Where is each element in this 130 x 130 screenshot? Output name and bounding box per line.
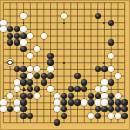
intersection-16-15[interactable]	[108, 99, 115, 106]
intersection-9-16[interactable]	[61, 106, 68, 113]
intersection-13-1[interactable]	[88, 6, 95, 13]
intersection-1-14[interactable]	[7, 93, 14, 100]
intersection-6-7[interactable]	[40, 46, 47, 53]
intersection-1-2[interactable]	[7, 13, 14, 20]
intersection-17-7[interactable]	[114, 46, 121, 53]
intersection-11-1[interactable]	[74, 6, 81, 13]
intersection-14-6[interactable]	[94, 39, 101, 46]
intersection-5-12[interactable]	[34, 79, 41, 86]
intersection-8-7[interactable]	[54, 46, 61, 53]
intersection-4-14[interactable]	[27, 93, 34, 100]
intersection-15-9[interactable]	[101, 59, 108, 66]
intersection-5-7[interactable]	[34, 46, 41, 53]
intersection-13-4[interactable]	[88, 26, 95, 33]
intersection-15-1[interactable]	[101, 6, 108, 13]
intersection-10-13[interactable]	[67, 86, 74, 93]
intersection-2-11[interactable]	[13, 73, 20, 80]
intersection-8-18[interactable]	[54, 119, 61, 126]
intersection-11-2[interactable]	[74, 13, 81, 20]
intersection-2-7[interactable]	[13, 46, 20, 53]
intersection-10-17[interactable]	[67, 113, 74, 120]
intersection-8-14[interactable]	[54, 93, 61, 100]
intersection-13-12[interactable]	[88, 79, 95, 86]
intersection-11-10[interactable]	[74, 66, 81, 73]
intersection-9-9[interactable]	[61, 59, 68, 66]
intersection-15-3[interactable]	[101, 19, 108, 26]
intersection-4-16[interactable]	[27, 106, 34, 113]
intersection-9-12[interactable]	[61, 79, 68, 86]
intersection-9-7[interactable]	[61, 46, 68, 53]
intersection-5-1[interactable]	[34, 6, 41, 13]
intersection-11-16[interactable]	[74, 106, 81, 113]
intersection-16-11[interactable]	[108, 73, 115, 80]
intersection-15-12[interactable]	[101, 79, 108, 86]
intersection-4-13[interactable]	[27, 86, 34, 93]
intersection-8-16[interactable]	[54, 106, 61, 113]
intersection-10-4[interactable]	[67, 26, 74, 33]
intersection-5-9[interactable]	[34, 59, 41, 66]
intersection-13-17[interactable]	[88, 113, 95, 120]
intersection-10-15[interactable]	[67, 99, 74, 106]
intersection-18-5[interactable]	[121, 33, 128, 40]
intersection-10-10[interactable]	[67, 66, 74, 73]
intersection-15-17[interactable]	[101, 113, 108, 120]
intersection-12-4[interactable]	[81, 26, 88, 33]
intersection-9-3[interactable]	[61, 19, 68, 26]
intersection-11-12[interactable]	[74, 79, 81, 86]
intersection-1-4[interactable]	[7, 26, 14, 33]
intersection-14-18[interactable]	[94, 119, 101, 126]
intersection-13-3[interactable]	[88, 19, 95, 26]
intersection-17-11[interactable]	[114, 73, 121, 80]
intersection-5-18[interactable]	[34, 119, 41, 126]
intersection-0-18[interactable]	[0, 119, 7, 126]
intersection-2-12[interactable]	[13, 79, 20, 86]
intersection-1-15[interactable]	[7, 99, 14, 106]
intersection-2-1[interactable]	[13, 6, 20, 13]
intersection-13-6[interactable]	[88, 39, 95, 46]
intersection-17-2[interactable]	[114, 13, 121, 20]
intersection-11-8[interactable]	[74, 53, 81, 60]
intersection-17-10[interactable]	[114, 66, 121, 73]
intersection-7-18[interactable]	[47, 119, 54, 126]
intersection-13-7[interactable]	[88, 46, 95, 53]
intersection-13-16[interactable]	[88, 106, 95, 113]
intersection-14-10[interactable]	[94, 66, 101, 73]
intersection-17-17[interactable]	[114, 113, 121, 120]
intersection-10-2[interactable]	[67, 13, 74, 20]
intersection-17-6[interactable]	[114, 39, 121, 46]
intersection-7-15[interactable]	[47, 99, 54, 106]
intersection-14-5[interactable]	[94, 33, 101, 40]
intersection-16-9[interactable]	[108, 59, 115, 66]
intersection-16-7[interactable]	[108, 46, 115, 53]
intersection-14-8[interactable]	[94, 53, 101, 60]
intersection-18-1[interactable]	[121, 6, 128, 13]
intersection-6-8[interactable]	[40, 53, 47, 60]
intersection-14-12[interactable]	[94, 79, 101, 86]
intersection-14-4[interactable]	[94, 26, 101, 33]
intersection-15-18[interactable]	[101, 119, 108, 126]
intersection-7-12[interactable]	[47, 79, 54, 86]
intersection-6-14[interactable]	[40, 93, 47, 100]
intersection-15-13[interactable]	[101, 86, 108, 93]
intersection-11-18[interactable]	[74, 119, 81, 126]
intersection-2-15[interactable]	[13, 99, 20, 106]
intersection-14-1[interactable]	[94, 6, 101, 13]
intersection-7-4[interactable]	[47, 26, 54, 33]
intersection-4-6[interactable]	[27, 39, 34, 46]
intersection-18-11[interactable]	[121, 73, 128, 80]
intersection-10-5[interactable]	[67, 33, 74, 40]
intersection-12-11[interactable]	[81, 73, 88, 80]
intersection-4-12[interactable]	[27, 79, 34, 86]
intersection-6-18[interactable]	[40, 119, 47, 126]
intersection-17-15[interactable]	[114, 99, 121, 106]
intersection-5-6[interactable]	[34, 39, 41, 46]
intersection-10-18[interactable]	[67, 119, 74, 126]
intersection-4-5[interactable]	[27, 33, 34, 40]
intersection-5-4[interactable]	[34, 26, 41, 33]
intersection-8-12[interactable]	[54, 79, 61, 86]
intersection-10-9[interactable]	[67, 59, 74, 66]
intersection-5-17[interactable]	[34, 113, 41, 120]
intersection-10-8[interactable]	[67, 53, 74, 60]
intersection-9-2[interactable]	[61, 13, 68, 20]
intersection-12-15[interactable]	[81, 99, 88, 106]
intersection-17-4[interactable]	[114, 26, 121, 33]
intersection-11-3[interactable]	[74, 19, 81, 26]
intersection-4-1[interactable]	[27, 6, 34, 13]
intersection-3-9[interactable]	[20, 59, 27, 66]
intersection-6-9[interactable]	[40, 59, 47, 66]
intersection-18-6[interactable]	[121, 39, 128, 46]
intersection-7-16[interactable]	[47, 106, 54, 113]
intersection-4-9[interactable]	[27, 59, 34, 66]
intersection-14-11[interactable]	[94, 73, 101, 80]
intersection-18-7[interactable]	[121, 46, 128, 53]
intersection-14-9[interactable]	[94, 59, 101, 66]
intersection-0-14[interactable]	[0, 93, 7, 100]
intersection-0-6[interactable]	[0, 39, 7, 46]
intersection-11-4[interactable]	[74, 26, 81, 33]
intersection-15-10[interactable]	[101, 66, 108, 73]
intersection-2-13[interactable]	[13, 86, 20, 93]
intersection-18-16[interactable]	[121, 106, 128, 113]
intersection-16-16[interactable]	[108, 106, 115, 113]
intersection-0-2[interactable]	[0, 13, 7, 20]
intersection-13-18[interactable]	[88, 119, 95, 126]
intersection-9-10[interactable]	[61, 66, 68, 73]
intersection-11-14[interactable]	[74, 93, 81, 100]
intersection-14-2[interactable]	[94, 13, 101, 20]
intersection-4-11[interactable]	[27, 73, 34, 80]
intersection-12-18[interactable]	[81, 119, 88, 126]
intersection-13-8[interactable]	[88, 53, 95, 60]
intersection-9-11[interactable]	[61, 73, 68, 80]
intersection-1-9[interactable]	[7, 59, 14, 66]
intersection-4-8[interactable]	[27, 53, 34, 60]
intersection-6-3[interactable]	[40, 19, 47, 26]
intersection-16-14[interactable]	[108, 93, 115, 100]
intersection-6-12[interactable]	[40, 79, 47, 86]
intersection-5-15[interactable]	[34, 99, 41, 106]
intersection-15-14[interactable]	[101, 93, 108, 100]
intersection-3-13[interactable]	[20, 86, 27, 93]
intersection-0-4[interactable]	[0, 26, 7, 33]
intersection-0-3[interactable]	[0, 19, 7, 26]
intersection-12-8[interactable]	[81, 53, 88, 60]
intersection-0-10[interactable]	[0, 66, 7, 73]
intersection-15-5[interactable]	[101, 33, 108, 40]
intersection-8-3[interactable]	[54, 19, 61, 26]
intersection-14-17[interactable]	[94, 113, 101, 120]
intersection-3-5[interactable]	[20, 33, 27, 40]
intersection-0-12[interactable]	[0, 79, 7, 86]
intersection-0-15[interactable]	[0, 99, 7, 106]
intersection-16-18[interactable]	[108, 119, 115, 126]
intersection-5-13[interactable]	[34, 86, 41, 93]
intersection-12-17[interactable]	[81, 113, 88, 120]
intersection-10-3[interactable]	[67, 19, 74, 26]
intersection-0-1[interactable]	[0, 6, 7, 13]
intersection-16-12[interactable]	[108, 79, 115, 86]
intersection-8-6[interactable]	[54, 39, 61, 46]
intersection-6-13[interactable]	[40, 86, 47, 93]
intersection-6-5[interactable]	[40, 33, 47, 40]
intersection-6-17[interactable]	[40, 113, 47, 120]
intersection-8-10[interactable]	[54, 66, 61, 73]
intersection-16-10[interactable]	[108, 66, 115, 73]
intersection-6-4[interactable]	[40, 26, 47, 33]
intersection-7-8[interactable]	[47, 53, 54, 60]
intersection-15-7[interactable]	[101, 46, 108, 53]
intersection-7-9[interactable]	[47, 59, 54, 66]
intersection-1-11[interactable]	[7, 73, 14, 80]
intersection-12-12[interactable]	[81, 79, 88, 86]
intersection-16-1[interactable]	[108, 6, 115, 13]
intersection-13-11[interactable]	[88, 73, 95, 80]
intersection-3-16[interactable]	[20, 106, 27, 113]
intersection-2-2[interactable]	[13, 13, 20, 20]
intersection-6-16[interactable]	[40, 106, 47, 113]
intersection-0-17[interactable]	[0, 113, 7, 120]
intersection-17-9[interactable]	[114, 59, 121, 66]
intersection-4-3[interactable]	[27, 19, 34, 26]
intersection-8-2[interactable]	[54, 13, 61, 20]
intersection-1-5[interactable]	[7, 33, 14, 40]
intersection-12-10[interactable]	[81, 66, 88, 73]
intersection-9-15[interactable]	[61, 99, 68, 106]
intersection-0-11[interactable]	[0, 73, 7, 80]
intersection-7-5[interactable]	[47, 33, 54, 40]
intersection-7-6[interactable]	[47, 39, 54, 46]
intersection-4-2[interactable]	[27, 13, 34, 20]
intersection-3-15[interactable]	[20, 99, 27, 106]
intersection-0-16[interactable]	[0, 106, 7, 113]
intersection-18-14[interactable]	[121, 93, 128, 100]
intersection-1-10[interactable]	[7, 66, 14, 73]
intersection-16-5[interactable]	[108, 33, 115, 40]
intersection-15-2[interactable]	[101, 13, 108, 20]
intersection-17-18[interactable]	[114, 119, 121, 126]
intersection-16-17[interactable]	[108, 113, 115, 120]
intersection-12-2[interactable]	[81, 13, 88, 20]
intersection-7-3[interactable]	[47, 19, 54, 26]
intersection-18-10[interactable]	[121, 66, 128, 73]
intersection-15-8[interactable]	[101, 53, 108, 60]
intersection-9-18[interactable]	[61, 119, 68, 126]
intersection-9-6[interactable]	[61, 39, 68, 46]
intersection-14-13[interactable]	[94, 86, 101, 93]
intersection-15-16[interactable]	[101, 106, 108, 113]
intersection-5-3[interactable]	[34, 19, 41, 26]
intersection-2-18[interactable]	[13, 119, 20, 126]
intersection-1-16[interactable]	[7, 106, 14, 113]
intersection-10-1[interactable]	[67, 6, 74, 13]
intersection-18-18[interactable]	[121, 119, 128, 126]
intersection-0-7[interactable]	[0, 46, 7, 53]
intersection-12-9[interactable]	[81, 59, 88, 66]
intersection-14-3[interactable]	[94, 19, 101, 26]
intersection-10-11[interactable]	[67, 73, 74, 80]
intersection-8-9[interactable]	[54, 59, 61, 66]
intersection-1-8[interactable]	[7, 53, 14, 60]
intersection-3-7[interactable]	[20, 46, 27, 53]
intersection-4-18[interactable]	[27, 119, 34, 126]
intersection-5-11[interactable]	[34, 73, 41, 80]
intersection-4-7[interactable]	[27, 46, 34, 53]
intersection-2-8[interactable]	[13, 53, 20, 60]
intersection-12-6[interactable]	[81, 39, 88, 46]
intersection-7-17[interactable]	[47, 113, 54, 120]
intersection-16-3[interactable]	[108, 19, 115, 26]
intersection-3-6[interactable]	[20, 39, 27, 46]
intersection-17-3[interactable]	[114, 19, 121, 26]
intersection-13-15[interactable]	[88, 99, 95, 106]
intersection-17-5[interactable]	[114, 33, 121, 40]
intersection-17-12[interactable]	[114, 79, 121, 86]
intersection-5-10[interactable]	[34, 66, 41, 73]
intersection-14-7[interactable]	[94, 46, 101, 53]
intersection-14-14[interactable]	[94, 93, 101, 100]
intersection-18-13[interactable]	[121, 86, 128, 93]
intersection-7-10[interactable]	[47, 66, 54, 73]
intersection-2-14[interactable]	[13, 93, 20, 100]
intersection-11-13[interactable]	[74, 86, 81, 93]
intersection-2-9[interactable]	[13, 59, 20, 66]
intersection-3-4[interactable]	[20, 26, 27, 33]
intersection-7-1[interactable]	[47, 6, 54, 13]
intersection-6-10[interactable]	[40, 66, 47, 73]
intersection-18-15[interactable]	[121, 99, 128, 106]
go-board[interactable]	[0, 0, 130, 130]
intersection-18-12[interactable]	[121, 79, 128, 86]
intersection-0-13[interactable]	[0, 86, 7, 93]
intersection-10-6[interactable]	[67, 39, 74, 46]
intersection-13-10[interactable]	[88, 66, 95, 73]
intersection-1-1[interactable]	[7, 6, 14, 13]
intersection-2-3[interactable]	[13, 19, 20, 26]
intersection-10-14[interactable]	[67, 93, 74, 100]
intersection-1-7[interactable]	[7, 46, 14, 53]
intersection-7-2[interactable]	[47, 13, 54, 20]
intersection-5-8[interactable]	[34, 53, 41, 60]
intersection-3-8[interactable]	[20, 53, 27, 60]
intersection-17-14[interactable]	[114, 93, 121, 100]
intersection-13-2[interactable]	[88, 13, 95, 20]
intersection-15-11[interactable]	[101, 73, 108, 80]
intersection-16-6[interactable]	[108, 39, 115, 46]
intersection-3-17[interactable]	[20, 113, 27, 120]
intersection-18-2[interactable]	[121, 13, 128, 20]
intersection-11-17[interactable]	[74, 113, 81, 120]
intersection-2-10[interactable]	[13, 66, 20, 73]
intersection-1-17[interactable]	[7, 113, 14, 120]
intersection-2-16[interactable]	[13, 106, 20, 113]
intersection-8-5[interactable]	[54, 33, 61, 40]
intersection-11-9[interactable]	[74, 59, 81, 66]
intersection-18-8[interactable]	[121, 53, 128, 60]
intersection-7-13[interactable]	[47, 86, 54, 93]
intersection-2-4[interactable]	[13, 26, 20, 33]
intersection-9-4[interactable]	[61, 26, 68, 33]
intersection-11-6[interactable]	[74, 39, 81, 46]
intersection-9-5[interactable]	[61, 33, 68, 40]
intersection-11-15[interactable]	[74, 99, 81, 106]
intersection-12-1[interactable]	[81, 6, 88, 13]
intersection-5-5[interactable]	[34, 33, 41, 40]
intersection-6-6[interactable]	[40, 39, 47, 46]
intersection-9-13[interactable]	[61, 86, 68, 93]
intersection-3-3[interactable]	[20, 19, 27, 26]
intersection-9-1[interactable]	[61, 6, 68, 13]
intersection-7-14[interactable]	[47, 93, 54, 100]
intersection-18-3[interactable]	[121, 19, 128, 26]
intersection-10-16[interactable]	[67, 106, 74, 113]
intersection-8-1[interactable]	[54, 6, 61, 13]
intersection-6-15[interactable]	[40, 99, 47, 106]
intersection-7-11[interactable]	[47, 73, 54, 80]
intersection-6-2[interactable]	[40, 13, 47, 20]
intersection-15-15[interactable]	[101, 99, 108, 106]
intersection-16-8[interactable]	[108, 53, 115, 60]
intersection-8-15[interactable]	[54, 99, 61, 106]
intersection-3-1[interactable]	[20, 6, 27, 13]
intersection-5-16[interactable]	[34, 106, 41, 113]
intersection-5-14[interactable]	[34, 93, 41, 100]
intersection-13-13[interactable]	[88, 86, 95, 93]
intersection-12-14[interactable]	[81, 93, 88, 100]
intersection-12-7[interactable]	[81, 46, 88, 53]
intersection-14-15[interactable]	[94, 99, 101, 106]
intersection-3-12[interactable]	[20, 79, 27, 86]
intersection-2-5[interactable]	[13, 33, 20, 40]
intersection-16-2[interactable]	[108, 13, 115, 20]
intersection-9-14[interactable]	[61, 93, 68, 100]
intersection-12-5[interactable]	[81, 33, 88, 40]
intersection-12-3[interactable]	[81, 19, 88, 26]
intersection-9-8[interactable]	[61, 53, 68, 60]
intersection-4-10[interactable]	[27, 66, 34, 73]
intersection-17-16[interactable]	[114, 106, 121, 113]
intersection-3-2[interactable]	[20, 13, 27, 20]
intersection-11-5[interactable]	[74, 33, 81, 40]
intersection-8-8[interactable]	[54, 53, 61, 60]
intersection-1-13[interactable]	[7, 86, 14, 93]
intersection-1-18[interactable]	[7, 119, 14, 126]
intersection-13-14[interactable]	[88, 93, 95, 100]
